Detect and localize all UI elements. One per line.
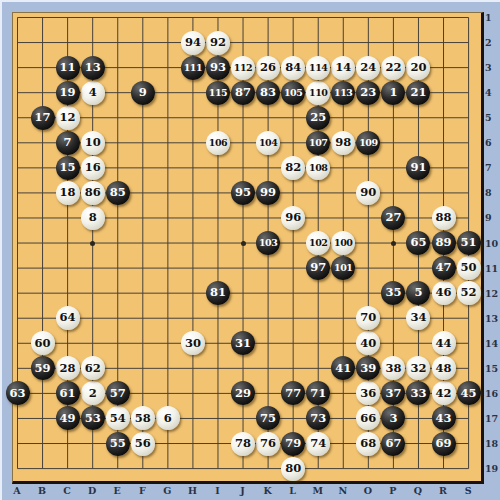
stone-J18-move-78[interactable]: 78 [231,432,255,456]
stone-M4-move-110[interactable]: 110 [306,81,330,105]
column-label-G: G [157,485,177,496]
stone-R9-move-88[interactable]: 88 [432,206,456,230]
stone-M3-move-114[interactable]: 114 [306,56,330,80]
stone-E18-move-55[interactable]: 55 [106,432,130,456]
stone-I6-move-106[interactable]: 106 [206,131,230,155]
stone-E16-move-57[interactable]: 57 [106,381,130,405]
stone-L7-move-82[interactable]: 82 [281,156,305,180]
stone-R12-move-46[interactable]: 46 [432,281,456,305]
stone-D17-move-53[interactable]: 53 [81,406,105,430]
column-label-E: E [107,485,127,496]
row-label-19: 19 [485,463,498,475]
row-label-1: 1 [485,12,492,24]
stone-P3-move-22[interactable]: 22 [381,56,405,80]
column-label-C: C [57,485,77,496]
stone-S10-move-51[interactable]: 51 [457,231,481,255]
column-label-F: F [132,485,152,496]
stone-H3-move-111[interactable]: 111 [181,56,205,80]
stone-N3-move-14[interactable]: 14 [331,56,355,80]
column-label-R: R [433,485,453,496]
stone-D16-move-2[interactable]: 2 [81,381,105,405]
star-point-D10 [90,241,95,246]
stone-D3-move-13[interactable]: 13 [81,56,105,80]
row-label-12: 12 [485,288,498,300]
stone-E8-move-85[interactable]: 85 [106,181,130,205]
stone-B14-move-60[interactable]: 60 [31,331,55,355]
stone-D8-move-86[interactable]: 86 [81,181,105,205]
stone-A16-move-63[interactable]: 63 [6,381,30,405]
stone-O3-move-24[interactable]: 24 [356,56,380,80]
stone-C13-move-64[interactable]: 64 [56,306,80,330]
stone-K10-move-103[interactable]: 103 [256,231,280,255]
row-label-3: 3 [485,62,492,74]
stone-S16-move-45[interactable]: 45 [457,381,481,405]
column-label-N: N [333,485,353,496]
row-label-14: 14 [485,338,498,350]
stone-D9-move-8[interactable]: 8 [81,206,105,230]
stone-C7-move-15[interactable]: 15 [56,156,80,180]
stone-C6-move-7[interactable]: 7 [56,131,80,155]
row-label-7: 7 [485,162,492,174]
stone-M18-move-74[interactable]: 74 [306,432,330,456]
star-point-P10 [391,241,396,246]
stone-H2-move-94[interactable]: 94 [181,31,205,55]
row-label-15: 15 [485,363,498,375]
stone-J8-move-95[interactable]: 95 [231,181,255,205]
stone-O6-move-109[interactable]: 109 [356,131,380,155]
row-label-10: 10 [485,238,498,250]
stone-K3-move-26[interactable]: 26 [256,56,280,80]
stone-L9-move-96[interactable]: 96 [281,206,305,230]
stone-C16-move-61[interactable]: 61 [56,381,80,405]
column-label-Q: Q [408,485,428,496]
stone-N6-move-98[interactable]: 98 [331,131,355,155]
stone-R17-move-43[interactable]: 43 [432,406,456,430]
stone-C17-move-49[interactable]: 49 [56,406,80,430]
stone-C5-move-12[interactable]: 12 [56,106,80,130]
stone-L18-move-79[interactable]: 79 [281,432,305,456]
stone-D7-move-16[interactable]: 16 [81,156,105,180]
stone-F4-move-9[interactable]: 9 [131,81,155,105]
stone-K4-move-83[interactable]: 83 [256,81,280,105]
stone-R11-move-47[interactable]: 47 [432,256,456,280]
stone-C15-move-28[interactable]: 28 [56,356,80,380]
column-label-O: O [358,485,378,496]
stone-C8-move-18[interactable]: 18 [56,181,80,205]
stone-D15-move-62[interactable]: 62 [81,356,105,380]
stone-S12-move-52[interactable]: 52 [457,281,481,305]
stone-Q4-move-21[interactable]: 21 [406,81,430,105]
stone-J3-move-112[interactable]: 112 [231,56,255,80]
stone-I2-move-92[interactable]: 92 [206,31,230,55]
row-label-11: 11 [485,263,498,275]
column-label-S: S [458,485,478,496]
column-label-J: J [233,485,253,496]
stone-I12-move-81[interactable]: 81 [206,281,230,305]
stone-O4-move-23[interactable]: 23 [356,81,380,105]
stone-L19-move-80[interactable]: 80 [281,457,305,481]
column-label-P: P [383,485,403,496]
column-label-I: I [207,485,227,496]
row-label-9: 9 [485,212,492,224]
stone-K6-move-104[interactable]: 104 [256,131,280,155]
row-label-18: 18 [485,438,498,450]
stone-N4-move-113[interactable]: 113 [331,81,355,105]
column-label-L: L [283,485,303,496]
stone-P4-move-1[interactable]: 1 [381,81,405,105]
stone-B15-move-59[interactable]: 59 [31,356,55,380]
row-label-4: 4 [485,87,492,99]
stone-R16-move-42[interactable]: 42 [432,381,456,405]
stone-P18-move-67[interactable]: 67 [381,432,405,456]
stone-I4-move-115[interactable]: 115 [206,81,230,105]
stone-L3-move-84[interactable]: 84 [281,56,305,80]
stone-C4-move-19[interactable]: 19 [56,81,80,105]
stone-Q3-move-20[interactable]: 20 [406,56,430,80]
stone-F18-move-56[interactable]: 56 [131,432,155,456]
column-label-K: K [258,485,278,496]
row-label-2: 2 [485,37,492,49]
go-board[interactable]: 1234567891011121314151617181920212223242… [12,12,484,484]
stone-K8-move-99[interactable]: 99 [256,181,280,205]
column-label-B: B [32,485,52,496]
row-label-13: 13 [485,313,498,325]
star-point-J10 [241,241,246,246]
stone-R10-move-89[interactable]: 89 [432,231,456,255]
column-label-D: D [82,485,102,496]
window-frame: 1234567891011121314151617181920212223242… [0,0,500,500]
stone-J4-move-87[interactable]: 87 [231,81,255,105]
stone-S11-move-50[interactable]: 50 [457,256,481,280]
stone-I3-move-93[interactable]: 93 [206,56,230,80]
stone-M7-move-108[interactable]: 108 [306,156,330,180]
stone-D6-move-10[interactable]: 10 [81,131,105,155]
stone-M6-move-107[interactable]: 107 [306,131,330,155]
stone-O18-move-68[interactable]: 68 [356,432,380,456]
column-label-H: H [182,485,202,496]
stone-R18-move-69[interactable]: 69 [432,432,456,456]
row-label-16: 16 [485,388,498,400]
stone-B5-move-17[interactable]: 17 [31,106,55,130]
row-label-8: 8 [485,187,492,199]
stone-C3-move-11[interactable]: 11 [56,56,80,80]
stone-R14-move-44[interactable]: 44 [432,331,456,355]
row-label-5: 5 [485,112,492,124]
stone-M5-move-25[interactable]: 25 [306,106,330,130]
row-label-6: 6 [485,137,492,149]
stone-D4-move-4[interactable]: 4 [81,81,105,105]
stone-R15-move-48[interactable]: 48 [432,356,456,380]
row-label-17: 17 [485,413,498,425]
column-label-A: A [7,485,27,496]
stone-K18-move-76[interactable]: 76 [256,432,280,456]
stone-L4-move-105[interactable]: 105 [281,81,305,105]
stone-H14-move-30[interactable]: 30 [181,331,205,355]
column-label-M: M [308,485,328,496]
